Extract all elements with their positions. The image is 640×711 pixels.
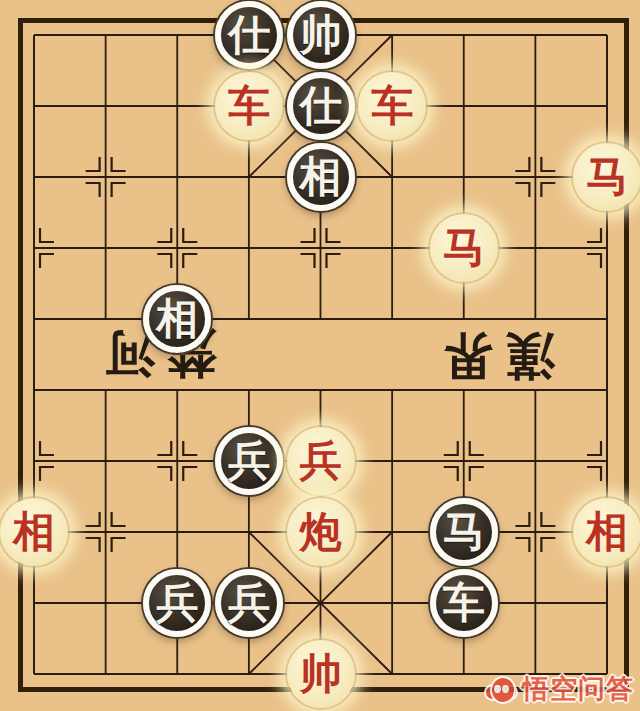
piece-red-elephant[interactable]: 相 bbox=[0, 498, 68, 566]
piece-glyph: 仕 bbox=[228, 14, 270, 56]
piece-glyph: 相 bbox=[13, 511, 55, 553]
piece-glyph: 兵 bbox=[228, 440, 270, 482]
piece-red-cannon[interactable]: 炮 bbox=[287, 498, 355, 566]
piece-glyph: 帅 bbox=[300, 14, 342, 56]
piece-glyph: 车 bbox=[228, 85, 270, 127]
piece-red-general[interactable]: 帅 bbox=[287, 640, 355, 708]
xiangqi-board: 楚河 漢界 仕帅车仕车相马马相兵兵相炮马相兵兵车帅 悟空问答 bbox=[0, 0, 640, 711]
piece-black-elephant[interactable]: 相 bbox=[143, 285, 211, 353]
piece-black-soldier[interactable]: 兵 bbox=[143, 569, 211, 637]
piece-black-advisor[interactable]: 仕 bbox=[215, 1, 283, 69]
wukong-monkey-icon bbox=[484, 672, 518, 706]
pieces-layer: 仕帅车仕车相马马相兵兵相炮马相兵兵车帅 bbox=[0, 0, 640, 711]
piece-glyph: 炮 bbox=[300, 511, 342, 553]
piece-black-general[interactable]: 帅 bbox=[287, 1, 355, 69]
piece-glyph: 马 bbox=[443, 511, 485, 553]
watermark: 悟空问答 bbox=[484, 671, 634, 707]
piece-red-chariot[interactable]: 车 bbox=[215, 72, 283, 140]
piece-red-soldier[interactable]: 兵 bbox=[287, 427, 355, 495]
piece-glyph: 帅 bbox=[300, 653, 342, 695]
piece-red-chariot[interactable]: 车 bbox=[358, 72, 426, 140]
piece-glyph: 相 bbox=[156, 298, 198, 340]
piece-black-chariot[interactable]: 车 bbox=[430, 569, 498, 637]
piece-black-elephant[interactable]: 相 bbox=[287, 143, 355, 211]
piece-red-horse[interactable]: 马 bbox=[573, 143, 640, 211]
piece-red-elephant[interactable]: 相 bbox=[573, 498, 640, 566]
watermark-text: 悟空问答 bbox=[522, 671, 634, 707]
piece-red-horse[interactable]: 马 bbox=[430, 214, 498, 282]
piece-glyph: 相 bbox=[586, 511, 628, 553]
piece-black-soldier[interactable]: 兵 bbox=[215, 427, 283, 495]
piece-glyph: 兵 bbox=[228, 582, 270, 624]
piece-glyph: 兵 bbox=[156, 582, 198, 624]
piece-black-horse[interactable]: 马 bbox=[430, 498, 498, 566]
piece-black-soldier[interactable]: 兵 bbox=[215, 569, 283, 637]
piece-glyph: 仕 bbox=[300, 85, 342, 127]
piece-glyph: 马 bbox=[586, 156, 628, 198]
piece-glyph: 车 bbox=[443, 582, 485, 624]
piece-glyph: 兵 bbox=[300, 440, 342, 482]
piece-glyph: 相 bbox=[300, 156, 342, 198]
piece-glyph: 车 bbox=[371, 85, 413, 127]
piece-black-advisor[interactable]: 仕 bbox=[287, 72, 355, 140]
piece-glyph: 马 bbox=[443, 227, 485, 269]
